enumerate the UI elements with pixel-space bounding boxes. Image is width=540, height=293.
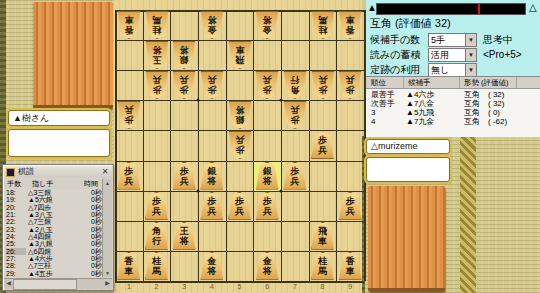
gote-nameplate: △murizeme: [366, 139, 450, 154]
move-text: ▲3八玉: [28, 211, 53, 218]
move-text: ▲3八銀: [28, 240, 53, 247]
file-label: 8: [321, 283, 325, 290]
board-gridline: [336, 10, 337, 281]
kifu-vertical-scrollbar[interactable]: ▲ ▼: [102, 179, 112, 277]
move-number: 24:: [6, 233, 26, 240]
shogi-piece-sente[interactable]: 玉将: [145, 41, 169, 69]
kifu-move-row[interactable]: 18:△3三銀0秒: [4, 189, 103, 196]
file-label: 5: [238, 283, 242, 290]
candidate-score: ( 32): [488, 99, 504, 108]
piece-kanji: 桂馬: [145, 15, 169, 35]
shogi-piece-gote[interactable]: 歩兵: [338, 192, 362, 220]
piece-kanji: 桂馬: [311, 256, 335, 276]
piece-kanji: 角行: [145, 226, 169, 246]
star-point: [197, 99, 200, 102]
piece-kanji: 歩兵: [283, 166, 307, 186]
setting-label: 読みの蓄積: [370, 48, 428, 62]
move-time: 0秒: [78, 218, 102, 225]
shogi-piece-sente[interactable]: 歩兵: [311, 71, 335, 99]
col-rank-header: 順位: [371, 77, 386, 88]
piece-kanji: 玉将: [145, 45, 169, 65]
shogi-piece-gote[interactable]: 歩兵: [228, 192, 252, 220]
setting-dropdown[interactable]: 5手▼: [428, 33, 467, 47]
setting-label: 定跡の利用: [370, 63, 428, 77]
move-text: △7三桂: [28, 262, 51, 269]
piece-kanji: 歩兵: [117, 166, 141, 186]
shogi-piece-gote[interactable]: 金将: [200, 252, 224, 280]
piece-kanji: 歩兵: [172, 166, 196, 186]
chevron-down-icon[interactable]: ▼: [465, 33, 477, 47]
move-number: 18:: [6, 189, 26, 196]
file-label: 9: [348, 283, 352, 290]
move-text: ▲4五歩: [28, 270, 53, 277]
piece-kanji: 飛車: [228, 45, 252, 65]
piece-kanji: 金将: [255, 15, 279, 35]
board-gridline: [198, 10, 199, 281]
candidate-rank: 次善手: [371, 99, 395, 108]
setting-label: 候補手の数: [370, 33, 428, 47]
move-time: 0秒: [78, 248, 102, 255]
shogi-piece-gote[interactable]: 桂馬: [311, 252, 335, 280]
kifu-move-row[interactable]: 29:▲4五歩0秒: [4, 270, 103, 277]
kifu-col-num: 手数: [7, 179, 21, 189]
move-number: 25:: [6, 240, 26, 247]
candidate-shape: 互角: [464, 108, 480, 117]
candidate-shape: 互角: [464, 117, 480, 126]
move-number: 20:: [6, 204, 26, 211]
piece-kanji: 歩兵: [283, 105, 307, 125]
move-time: 0秒: [78, 240, 102, 247]
piece-kanji: 歩兵: [311, 75, 335, 95]
kifu-col-move: 指し手: [32, 179, 53, 189]
scroll-left-icon[interactable]: ◀: [4, 279, 13, 288]
piece-kanji: 歩兵: [311, 135, 335, 155]
board-gridline: [226, 10, 227, 281]
shogi-piece-sente[interactable]: 角行: [283, 71, 307, 99]
shogi-piece-gote[interactable]: 角行: [145, 222, 169, 250]
kifu-col-time: 時間: [84, 179, 98, 189]
close-icon[interactable]: ✕: [100, 167, 110, 177]
shogi-piece-gote[interactable]: 香車: [117, 252, 141, 280]
kifu-window: 棋譜 ✕ 手数 指し手 時間 18:△3三銀0秒19:▲5六銀0秒20:△7四歩…: [2, 164, 114, 291]
kifu-move-row[interactable]: 22:△7三銀0秒: [4, 218, 103, 225]
piece-kanji: 歩兵: [255, 196, 279, 216]
candidate-move: ▲7九金: [406, 117, 434, 126]
piece-kanji: 歩兵: [255, 75, 279, 95]
kifu-move-row[interactable]: 19:▲5六銀0秒: [4, 196, 103, 203]
piece-kanji: 歩兵: [200, 196, 224, 216]
piece-kanji: 歩兵: [145, 196, 169, 216]
board-gridline: [115, 10, 117, 281]
engine-setting-row: 読みの蓄積活用▼<Pro+5>: [370, 48, 522, 62]
col-move-header: 候補手: [408, 77, 431, 88]
shogi-piece-sente[interactable]: 桂馬: [145, 11, 169, 39]
shogi-piece-sente[interactable]: 歩兵: [172, 71, 196, 99]
gote-mark: △: [529, 2, 537, 13]
board-gridline: [143, 10, 144, 281]
kifu-move-row[interactable]: 28:△7三桂0秒: [4, 262, 103, 269]
shogi-piece-sente[interactable]: 歩兵: [338, 71, 362, 99]
move-time: 0秒: [78, 270, 102, 277]
move-number: 29:: [6, 270, 26, 277]
candidate-row[interactable]: 3▲5九飛互角( 0): [366, 108, 540, 117]
board-gridline: [281, 10, 282, 281]
candidate-score: ( 0): [488, 108, 500, 117]
candidate-table-header: 順位 候補手 形勢 (評価値): [366, 77, 540, 89]
scroll-down-icon[interactable]: ▼: [103, 269, 112, 277]
shogi-piece-gote[interactable]: 飛車: [311, 222, 335, 250]
sente-komadai: [33, 2, 113, 109]
shogi-piece-sente[interactable]: 香車: [338, 11, 362, 39]
piece-kanji: 歩兵: [338, 75, 362, 95]
move-text: △4四銀: [28, 233, 51, 240]
shogi-piece-sente[interactable]: 銀将: [228, 101, 252, 129]
shogi-piece-gote[interactable]: 香車: [338, 252, 362, 280]
eval-tick: [478, 4, 480, 14]
candidate-shape: 互角: [464, 90, 480, 99]
setting-extra-text: <Pro+5>: [483, 49, 522, 60]
sente-nameplate: ▲樹さん: [8, 110, 110, 126]
move-number: 21:: [6, 211, 26, 218]
candidate-rank: 最善手: [371, 90, 395, 99]
move-time: 0秒: [78, 211, 102, 218]
file-label: 2: [155, 283, 159, 290]
sente-info-plate: [8, 129, 110, 157]
candidate-score: ( 32): [488, 90, 504, 99]
move-time: 0秒: [78, 196, 102, 203]
move-number: 28:: [6, 262, 26, 269]
shogi-piece-gote[interactable]: 王将: [172, 222, 196, 250]
piece-kanji: 香車: [117, 256, 141, 276]
candidate-rank: 4: [371, 117, 375, 126]
move-text: ▲4六歩: [28, 255, 53, 262]
shogi-piece-sente[interactable]: 歩兵: [283, 101, 307, 129]
move-text: △3三銀: [28, 189, 51, 196]
move-time: 0秒: [78, 226, 102, 233]
file-label: 1: [127, 283, 131, 290]
move-number: 22:: [6, 218, 26, 225]
piece-kanji: 歩兵: [228, 196, 252, 216]
move-time: 0秒: [78, 233, 102, 240]
analysis-panel: ▲ △ 互角 (評価値 32) 候補手の数5手▼思考中読みの蓄積活用▼<Pro+…: [366, 0, 540, 136]
piece-kanji: 歩兵: [172, 75, 196, 95]
shogi-piece-gote[interactable]: 歩兵: [200, 192, 224, 220]
engine-setting-row: 候補手の数5手▼思考中: [370, 33, 513, 47]
shogi-piece-sente[interactable]: 香車: [117, 11, 141, 39]
col-shape-header: 形勢 (評価値): [464, 77, 509, 88]
move-number: 23:: [6, 226, 26, 233]
scroll-up-icon[interactable]: ▲: [103, 179, 112, 187]
shogi-piece-sente[interactable]: 金将: [200, 11, 224, 39]
move-number: 26:: [6, 248, 26, 255]
scroll-right-icon[interactable]: ▶: [103, 279, 112, 288]
move-time: 0秒: [78, 189, 102, 196]
piece-kanji: 香車: [117, 15, 141, 35]
shogi-piece-gote[interactable]: 桂馬: [145, 252, 169, 280]
move-number: 19:: [6, 196, 26, 203]
kifu-move-row[interactable]: 24:△4四銀0秒: [4, 233, 103, 240]
candidate-move: ▲4六歩: [406, 90, 434, 99]
file-label: 6: [265, 283, 269, 290]
candidate-row[interactable]: 最善手▲4六歩互角( 32): [366, 90, 540, 99]
shogi-piece-sente[interactable]: 桂馬: [311, 11, 335, 39]
shogi-piece-sente[interactable]: 歩兵: [228, 131, 252, 159]
shogi-piece-sente[interactable]: 歩兵: [200, 71, 224, 99]
piece-kanji: 歩兵: [117, 105, 141, 125]
board-gridline: [253, 10, 254, 281]
piece-kanji: 歩兵: [338, 196, 362, 216]
kifu-move-row[interactable]: 21:▲3八玉0秒: [4, 211, 103, 218]
kifu-titlebar[interactable]: 棋譜 ✕: [4, 166, 112, 178]
candidate-move: ▲5九飛: [406, 108, 434, 117]
move-text: ▲2八玉: [28, 226, 53, 233]
kifu-move-row[interactable]: 25:▲3八銀0秒: [4, 240, 103, 247]
shogi-piece-gote[interactable]: 歩兵: [255, 192, 279, 220]
shogi-piece-gote[interactable]: 銀将: [200, 162, 224, 190]
shogi-piece-sente[interactable]: 歩兵: [255, 71, 279, 99]
move-time: 0秒: [78, 204, 102, 211]
move-text: △6四銀: [28, 248, 51, 255]
piece-kanji: 桂馬: [311, 15, 335, 35]
file-label: 7: [293, 283, 297, 290]
eval-bar: [376, 3, 526, 15]
move-text: ▲5六銀: [28, 196, 53, 203]
shogi-piece-gote[interactable]: 金将: [255, 252, 279, 280]
piece-kanji: 金将: [255, 256, 279, 276]
move-time: 0秒: [78, 255, 102, 262]
candidate-move: ▲7八金: [406, 99, 434, 108]
eval-text: 互角 (評価値 32): [370, 16, 451, 31]
candidate-table: 順位 候補手 形勢 (評価値) 最善手▲4六歩互角( 32)次善手▲7八金互角(…: [366, 76, 540, 137]
piece-kanji: 歩兵: [200, 75, 224, 95]
move-number: 27:: [6, 255, 26, 262]
kifu-title: 棋譜: [18, 166, 34, 178]
shogi-piece-sente[interactable]: 飛車: [228, 41, 252, 69]
app-window: ▲樹さん 123456789香車桂馬金将金将桂馬香車玉将銀将飛車歩兵歩兵歩兵歩兵…: [0, 0, 540, 293]
gote-name: △murizeme: [371, 141, 417, 151]
piece-kanji: 銀将: [255, 166, 279, 186]
kifu-move-list[interactable]: 18:△3三銀0秒19:▲5六銀0秒20:△7四歩0秒21:▲3八玉0秒22:△…: [4, 189, 103, 277]
piece-kanji: 飛車: [311, 226, 335, 246]
piece-kanji: 香車: [338, 256, 362, 276]
scroll-thumb[interactable]: [13, 279, 77, 290]
piece-kanji: 王将: [172, 226, 196, 246]
shogi-piece-gote[interactable]: 歩兵: [145, 192, 169, 220]
kifu-window-icon: [6, 168, 15, 177]
chevron-down-icon[interactable]: ▼: [465, 48, 477, 62]
engine-setting-row: 定跡の利用無し▼: [370, 63, 483, 77]
setting-dropdown[interactable]: 活用▼: [428, 48, 467, 62]
candidate-score: ( -62): [488, 117, 507, 126]
shogi-piece-sente[interactable]: 金将: [255, 11, 279, 39]
tatami-heri-band: [460, 136, 476, 293]
piece-kanji: 角行: [283, 75, 307, 95]
piece-kanji: 銀将: [228, 105, 252, 125]
move-text: △7四歩: [28, 204, 51, 211]
candidate-rank: 3: [371, 108, 375, 117]
board-gridline: [115, 161, 364, 162]
shogi-piece-sente[interactable]: 歩兵: [117, 101, 141, 129]
file-label: 3: [182, 283, 186, 290]
piece-kanji: 金将: [200, 15, 224, 35]
candidate-shape: 互角: [464, 99, 480, 108]
shogi-piece-sente[interactable]: 歩兵: [145, 71, 169, 99]
shogi-piece-gote[interactable]: 歩兵: [117, 162, 141, 190]
shogi-piece-gote[interactable]: 銀将: [255, 162, 279, 190]
candidate-row[interactable]: 次善手▲7八金互角( 32): [366, 99, 540, 108]
gote-komadai: [368, 186, 445, 292]
kifu-move-row[interactable]: 20:△7四歩0秒: [4, 204, 103, 211]
move-text: △7三銀: [28, 218, 51, 225]
piece-kanji: 歩兵: [145, 75, 169, 95]
piece-kanji: 銀将: [172, 45, 196, 65]
piece-kanji: 歩兵: [228, 135, 252, 155]
candidate-row[interactable]: 4▲7九金互角( -62): [366, 117, 540, 126]
setting-extra-text: 思考中: [483, 34, 513, 45]
kifu-move-row[interactable]: 23:▲2八玉0秒: [4, 226, 103, 233]
kifu-horizontal-scrollbar[interactable]: ◀ ▶: [4, 278, 112, 289]
kifu-move-row[interactable]: 27:▲4六歩0秒: [4, 255, 103, 262]
shogi-piece-sente[interactable]: 銀将: [172, 41, 196, 69]
sente-name: ▲樹さん: [13, 113, 49, 123]
shogi-piece-gote[interactable]: 歩兵: [283, 162, 307, 190]
shogi-piece-gote[interactable]: 歩兵: [172, 162, 196, 190]
shogi-board[interactable]: 123456789香車桂馬金将金将桂馬香車玉将銀将飛車歩兵歩兵歩兵歩兵角行歩兵歩…: [113, 0, 362, 293]
gote-info-plate: [366, 157, 450, 182]
move-time: 0秒: [78, 262, 102, 269]
shogi-piece-gote[interactable]: 歩兵: [311, 131, 335, 159]
file-label: 4: [210, 283, 214, 290]
piece-kanji: 桂馬: [145, 256, 169, 276]
piece-kanji: 金将: [200, 256, 224, 276]
kifu-move-row[interactable]: 26:△6四銀0秒: [4, 248, 103, 255]
piece-kanji: 香車: [338, 15, 362, 35]
piece-kanji: 銀将: [200, 166, 224, 186]
